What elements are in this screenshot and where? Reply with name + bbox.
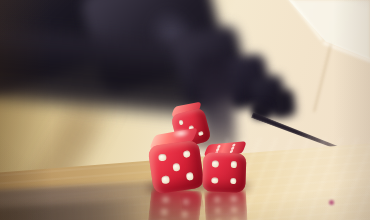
pip [181, 210, 188, 217]
pip [158, 153, 166, 161]
pip [172, 163, 180, 171]
pip [231, 196, 237, 202]
pip [231, 207, 237, 213]
pip [212, 161, 219, 168]
reflection-face [204, 188, 248, 220]
magenta-speck [329, 200, 334, 205]
pip [162, 196, 169, 203]
pip [211, 177, 218, 184]
die-right-showing-four [202, 142, 247, 192]
pip [214, 197, 220, 203]
pip [198, 131, 203, 136]
pip [182, 198, 189, 205]
pip [215, 218, 221, 220]
die-left-showing-five [146, 131, 204, 195]
pip [161, 208, 168, 215]
pip [161, 175, 169, 183]
die-front-face [148, 140, 205, 195]
pip [215, 208, 221, 214]
pip [178, 120, 183, 125]
die-front-face [202, 152, 246, 192]
cushion-6 [271, 89, 296, 118]
photo-dice-scene: Three red six-sided dice with white pips… [0, 0, 370, 220]
pip [182, 150, 190, 158]
wall-corner-line [313, 44, 332, 112]
pip [231, 161, 238, 168]
pip [186, 172, 194, 180]
pip [230, 178, 237, 185]
right-die-reflection [204, 188, 248, 220]
pip [232, 218, 238, 220]
